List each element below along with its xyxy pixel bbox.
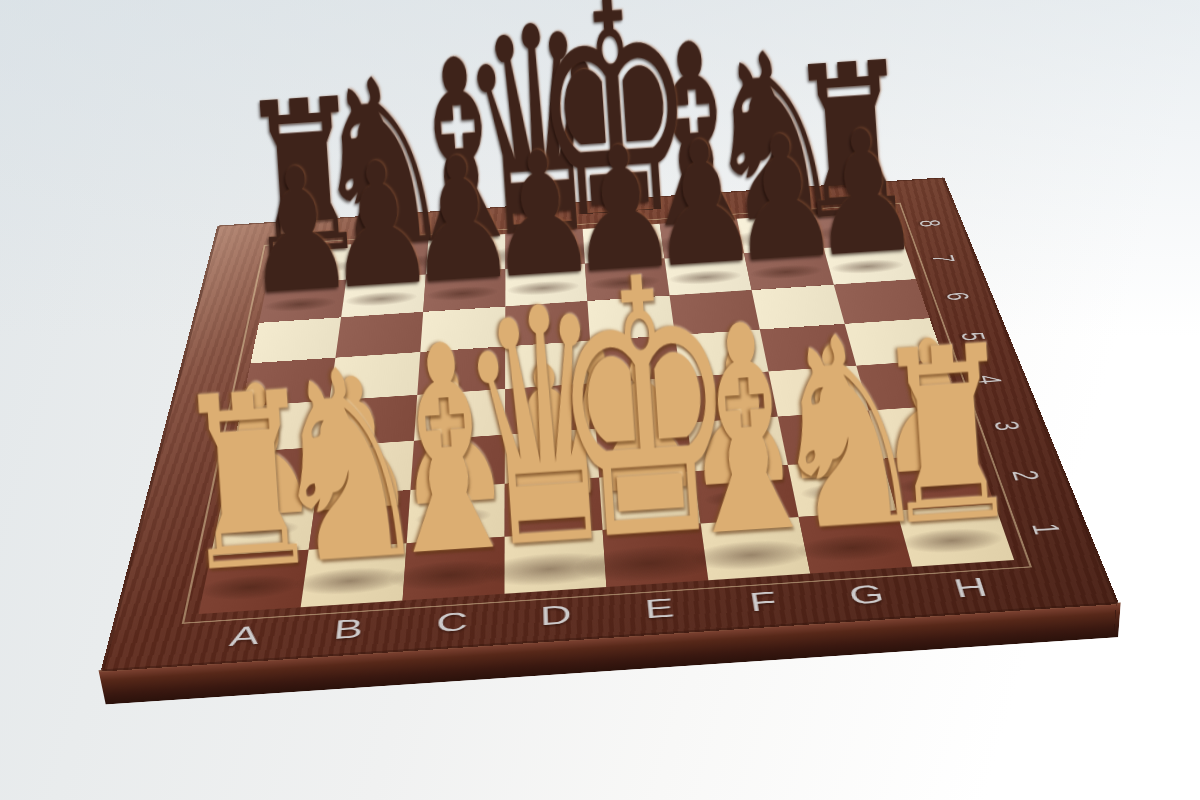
file-label-d: D — [504, 587, 609, 645]
piece-black-pawn-h7[interactable]: ♟ — [804, 105, 925, 282]
file-label-c: C — [399, 594, 505, 652]
file-label-text: E — [644, 595, 677, 623]
file-label-text: C — [436, 608, 470, 636]
photo-background: ♜♞♝♛♚♝♞♜♟♟♟♟♟♟♟♟♟♟♟♟♟♟♟♟♜♞♝♛♚♝♞♜ ABCDEFG… — [0, 0, 1200, 800]
square-h1[interactable]: ♜ — [897, 504, 1015, 567]
camera-tilt-wrapper: ♜♞♝♛♚♝♞♜♟♟♟♟♟♟♟♟♟♟♟♟♟♟♟♟♜♞♝♛♚♝♞♜ ABCDEFG… — [0, 0, 1200, 800]
file-label-text: G — [847, 581, 888, 609]
file-label-g: G — [810, 567, 926, 624]
file-label-e: E — [606, 580, 715, 638]
file-label-text: D — [540, 602, 573, 630]
file-label-text: F — [748, 588, 780, 615]
file-label-text: B — [332, 615, 365, 643]
chess-board: ♜♞♝♛♚♝♞♜♟♟♟♟♟♟♟♟♟♟♟♟♟♟♟♟♜♞♝♛♚♝♞♜ ABCDEFG… — [101, 177, 1120, 671]
file-label-b: B — [293, 601, 402, 659]
file-label-f: F — [708, 573, 820, 630]
rank-label-text: 7 — [927, 254, 958, 263]
file-label-h: H — [912, 560, 1031, 617]
rank-label-text: 1 — [1026, 522, 1065, 535]
rank-label-text: 8 — [914, 219, 944, 228]
file-label-text: H — [951, 574, 992, 601]
piece-white-rook-h1[interactable]: ♜ — [869, 313, 1026, 561]
file-label-text: A — [228, 622, 263, 650]
board-squares: ♜♞♝♛♚♝♞♜♟♟♟♟♟♟♟♟♟♟♟♟♟♟♟♟♜♞♝♛♚♝♞♜ — [199, 208, 1014, 614]
